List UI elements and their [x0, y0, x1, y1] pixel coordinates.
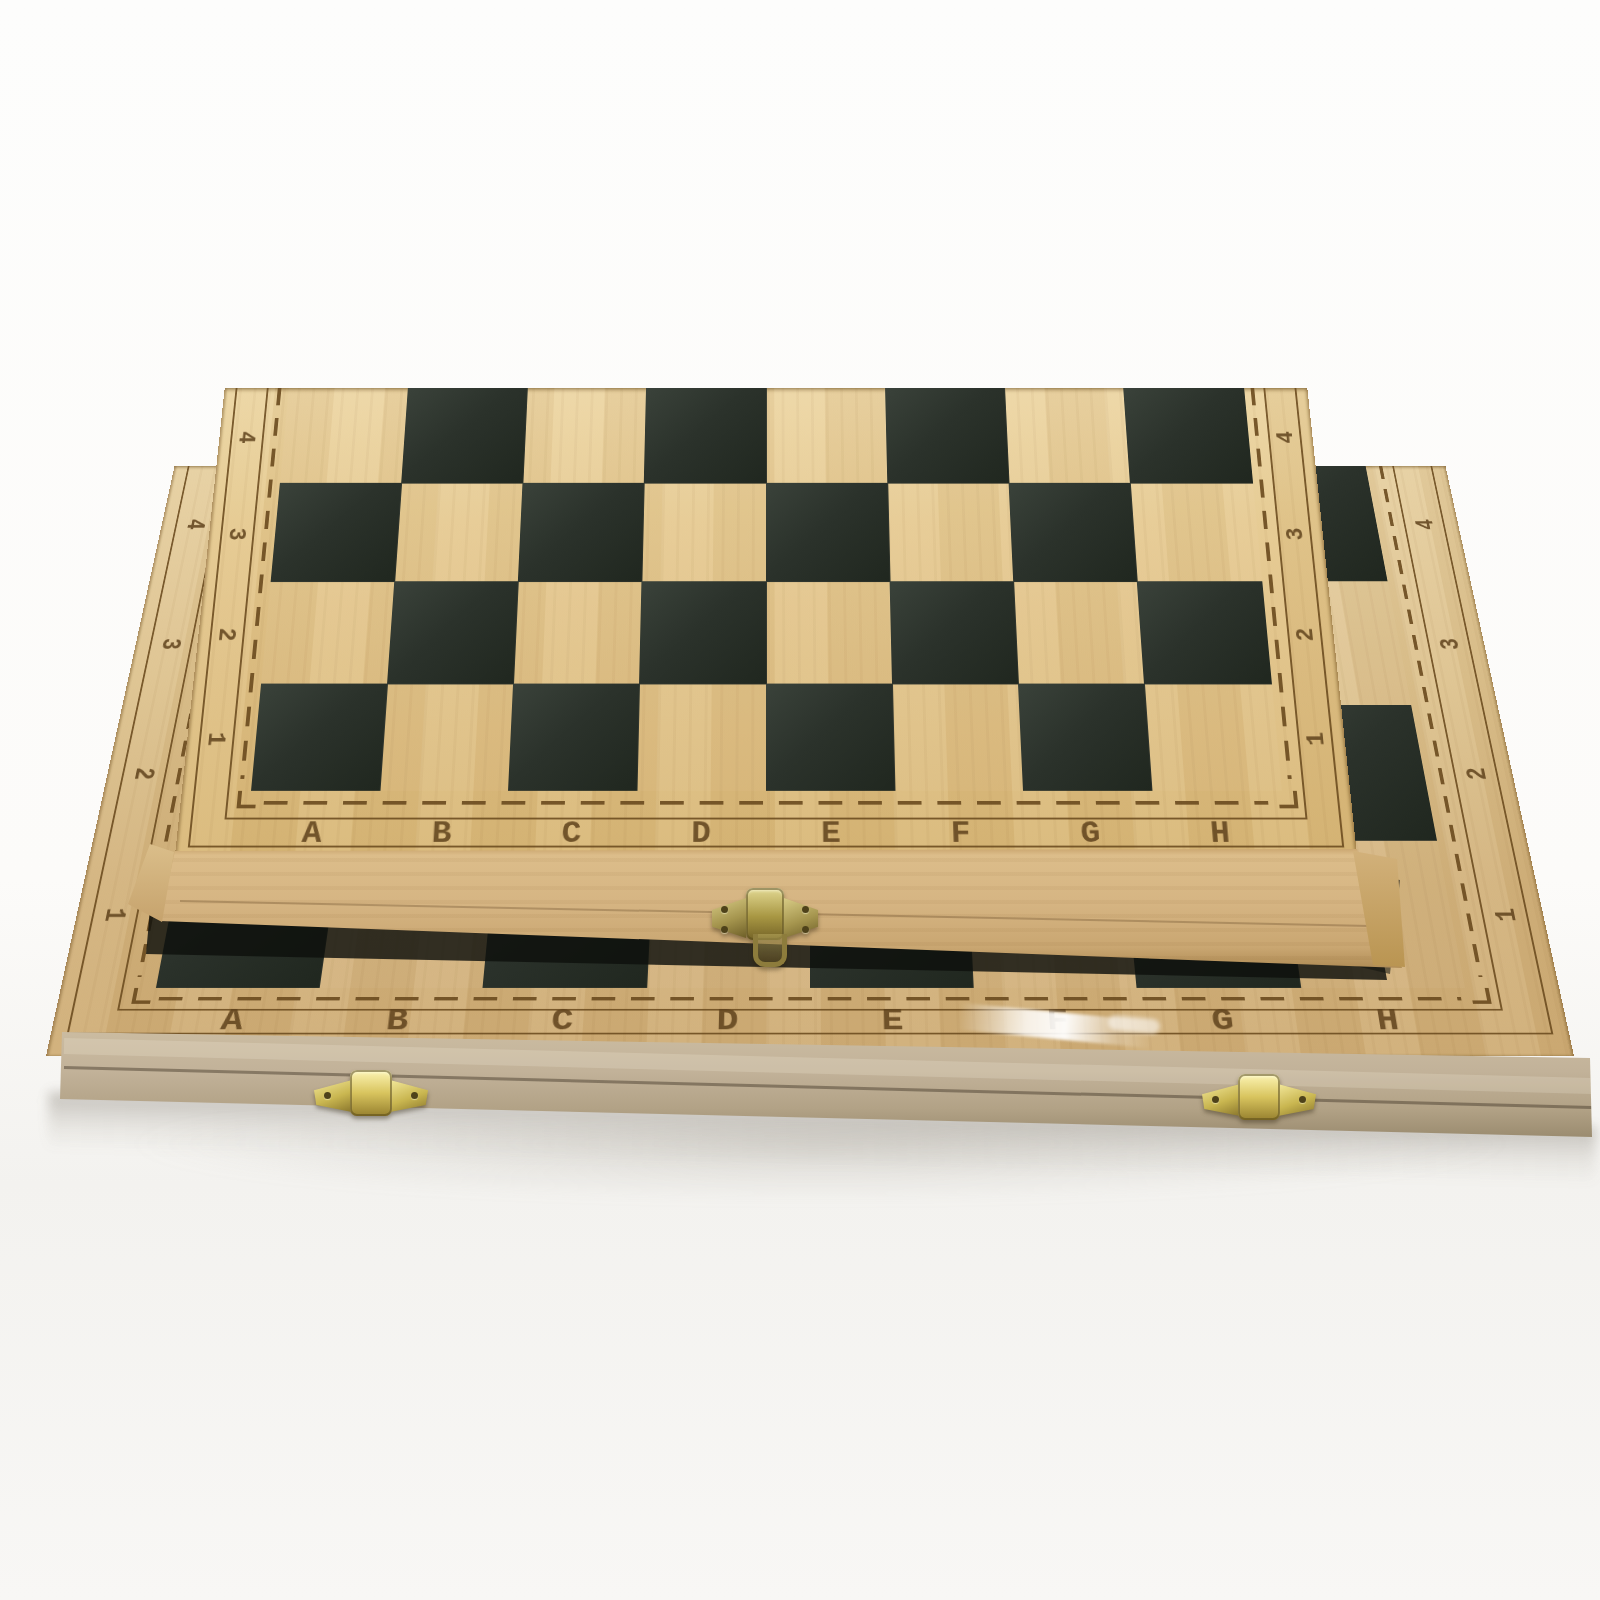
top-board-file-label-d: D: [671, 819, 731, 850]
top-board-square-g4: [1004, 388, 1131, 484]
top-box-clasp: [712, 884, 818, 970]
bottom-board-rank-label-left-4: 4: [180, 515, 208, 534]
top-board-square-b3: [394, 483, 523, 582]
table-shadow-soft: [120, 1120, 1520, 1200]
bottom-board-file-label-b: B: [366, 1005, 429, 1037]
clasp-body: [746, 888, 784, 940]
top-board-square-h3: [1130, 483, 1262, 582]
clasp-screw: [802, 906, 809, 913]
top-board-file-label-c: C: [541, 819, 602, 850]
clasp-body: [1238, 1074, 1280, 1120]
clasp-body: [350, 1070, 392, 1116]
clasp-wing-right: [390, 1080, 428, 1112]
top-board-file-label-f: F: [930, 819, 991, 850]
top-board-square-d4: [644, 388, 766, 484]
top-board-file-label-b: B: [411, 819, 473, 850]
top-board-file-label-h: H: [1189, 819, 1251, 850]
top-board-square-f3: [887, 483, 1014, 582]
clasp-wing-left: [1202, 1084, 1240, 1116]
clasp-screw: [411, 1092, 418, 1099]
top-board-dashed-border-bottom: [264, 801, 1269, 805]
clasp-screw: [802, 926, 809, 933]
top-board-square-f2: [889, 581, 1019, 684]
top-board-square-b4: [401, 388, 528, 484]
bottom-board-rank-label-right-4: 4: [1412, 515, 1440, 534]
clasp-screw: [324, 1092, 331, 1099]
clasp-screw: [1299, 1096, 1306, 1103]
top-board-square-h4: [1123, 388, 1252, 484]
clasp-wing-right: [1278, 1084, 1316, 1116]
top-board-rank-label-left-2: 2: [212, 622, 240, 648]
product-photo-scene: ABCDEFGH44332211 ABCDEFGH44332211: [0, 0, 1600, 1600]
bottom-board-file-label-d: D: [697, 1005, 757, 1037]
bottom-board-file-label-f: F: [1027, 1005, 1089, 1037]
top-board-square-a3: [270, 483, 402, 582]
top-board-square-e3: [766, 483, 891, 582]
bottom-board-file-label-g: G: [1191, 1005, 1254, 1037]
top-board-square-e4: [766, 388, 888, 484]
top-board-square-d2: [639, 581, 766, 684]
top-board-square-c3: [518, 483, 645, 582]
bottom-board-rank-label-right-3: 3: [1436, 634, 1466, 654]
bottom-board-rank-label-left-1: 1: [97, 903, 130, 927]
bottom-board-rank-label-left-2: 2: [127, 763, 158, 785]
bottom-board-border-line-outer-bottom: [67, 1033, 1554, 1035]
clasp-screw: [1212, 1096, 1219, 1103]
bottom-board-file-label-e: E: [863, 1005, 923, 1037]
top-board-square-a4: [279, 388, 408, 484]
bottom-board-rank-label-left-3: 3: [154, 634, 184, 654]
top-board-file-label-a: A: [281, 819, 343, 850]
clasp-hook: [753, 934, 787, 967]
clasp-wing-left: [712, 898, 746, 938]
clasp-wing-left: [314, 1080, 352, 1112]
top-board-square-a1: [251, 684, 388, 791]
top-board-square-b2: [387, 581, 519, 684]
top-board-square-c1: [508, 684, 640, 791]
top-board-rank-label-right-2: 2: [1292, 622, 1320, 648]
top-board-file-label-g: G: [1060, 819, 1122, 850]
top-board-square-h2: [1137, 581, 1271, 684]
top-board-dash-corner-mark-right: [1278, 791, 1298, 809]
bottom-board-rank-label-right-2: 2: [1462, 763, 1493, 785]
top-board-rank-label-left-3: 3: [223, 522, 250, 547]
top-board-square-e2: [766, 581, 893, 684]
bottom-board-file-label-c: C: [531, 1005, 593, 1037]
bottom-box-clasp-right: [1200, 1072, 1318, 1128]
top-board-file-label-e: E: [801, 819, 861, 850]
bottom-board-file-label-h: H: [1356, 1005, 1421, 1037]
top-board-square-f1: [892, 684, 1024, 791]
bottom-board-file-label-a: A: [200, 1005, 265, 1037]
top-board-square-b1: [379, 684, 514, 791]
top-board-rank-label-left-1: 1: [202, 726, 230, 753]
top-board-dash-corner-mark-left: [236, 791, 256, 809]
top-board-square-d1: [637, 684, 767, 791]
top-board-square-e1: [766, 684, 896, 791]
top-board-rank-label-left-4: 4: [233, 425, 259, 449]
top-board-square-g3: [1009, 483, 1138, 582]
bottom-board-border-line-inner-bottom: [117, 1009, 1503, 1011]
top-board-square-g1: [1018, 684, 1153, 791]
top-board-rank-label-right-3: 3: [1282, 522, 1309, 547]
top-board-surface: ABCDEFGH44332211: [175, 388, 1357, 855]
bottom-board-rank-label-right-1: 1: [1490, 903, 1523, 927]
top-board-square-c2: [513, 581, 643, 684]
top-board-square-g2: [1013, 581, 1145, 684]
clasp-screw: [721, 926, 728, 933]
bottom-board-dash-corner-mark-right: [1470, 988, 1492, 1004]
bottom-board-dashed-border-bottom: [158, 997, 1461, 1000]
top-board-border-line-outer-bottom: [188, 846, 1344, 848]
top-board-rank-label-right-4: 4: [1273, 425, 1299, 449]
clasp-screw: [721, 906, 728, 913]
top-board-rank-label-right-1: 1: [1302, 726, 1330, 753]
top-board-square-c4: [522, 388, 647, 484]
top-board-square-f4: [885, 388, 1010, 484]
top-board-square-a2: [261, 581, 395, 684]
bottom-board-dash-corner-mark-left: [131, 988, 153, 1004]
top-board-square-h1: [1144, 684, 1281, 791]
top-board-square-d3: [642, 483, 767, 582]
clasp-wing-right: [784, 898, 818, 938]
bottom-box-lid-seam: [64, 1066, 1592, 1109]
bottom-box-clasp-left: [312, 1068, 430, 1124]
top-board-border-line-inner-bottom: [224, 818, 1307, 820]
